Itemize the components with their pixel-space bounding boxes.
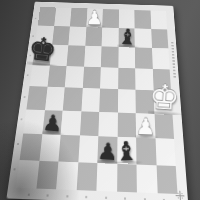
square-b5[interactable]: [47, 65, 66, 87]
square-d3[interactable]: [79, 111, 99, 136]
square-e3[interactable]: [98, 112, 117, 137]
black-pawn-icon: ♟: [42, 112, 63, 136]
black-pawn-piece[interactable]: ♟: [42, 112, 63, 136]
square-f5[interactable]: [118, 67, 136, 89]
black-king-icon: ♚: [27, 32, 59, 67]
square-f4[interactable]: [117, 89, 135, 113]
square-c6[interactable]: [67, 45, 85, 66]
square-d2[interactable]: [78, 136, 98, 163]
square-c1[interactable]: [56, 161, 78, 190]
square-e4[interactable]: [99, 89, 118, 113]
board-wrap: ♟♝♚♚♟♟♟♝: [6, 2, 188, 200]
board-scene: ♟♝♚♚♟♟♟♝: [0, 0, 200, 200]
square-f2[interactable]: ♝: [117, 137, 137, 164]
square-c3[interactable]: [61, 110, 81, 135]
black-king-piece[interactable]: ♚: [27, 32, 59, 67]
square-c2[interactable]: [58, 135, 79, 162]
white-pawn-piece[interactable]: ♟: [136, 115, 157, 138]
black-bishop-piece[interactable]: ♝: [117, 26, 137, 48]
white-pawn-icon: ♟: [86, 8, 103, 27]
square-e5[interactable]: [100, 67, 118, 89]
square-f3[interactable]: [117, 112, 136, 137]
black-pawn-icon: ♟: [97, 139, 119, 163]
white-king-piece[interactable]: ♚: [148, 79, 181, 115]
square-d7[interactable]: [85, 27, 102, 47]
square-a4[interactable]: [26, 86, 47, 110]
square-h2[interactable]: [155, 138, 176, 165]
square-b3[interactable]: ♟: [42, 110, 63, 135]
square-d4[interactable]: [81, 88, 100, 112]
square-e1[interactable]: [96, 163, 117, 192]
square-g1[interactable]: [136, 164, 157, 193]
square-b8[interactable]: [54, 8, 72, 27]
square-c5[interactable]: [65, 66, 84, 88]
square-e6[interactable]: [101, 46, 118, 67]
square-d1[interactable]: [76, 162, 97, 191]
square-c8[interactable]: [70, 8, 87, 27]
square-d8[interactable]: ♟: [86, 8, 103, 27]
square-b4[interactable]: [45, 87, 65, 111]
square-b2[interactable]: [39, 134, 61, 161]
square-c4[interactable]: [63, 87, 83, 111]
square-h8[interactable]: [150, 10, 167, 29]
square-f1[interactable]: [117, 163, 137, 192]
square-b1[interactable]: [36, 160, 59, 189]
square-h6[interactable]: [152, 48, 170, 69]
chessboard-margin: ♟♝♚♚♟♟♟♝: [6, 2, 188, 200]
square-a6[interactable]: ♚: [32, 44, 51, 65]
white-pawn-icon: ♟: [136, 115, 157, 138]
square-e2[interactable]: ♟: [97, 136, 117, 163]
bottom-coordinate-marks: [19, 192, 174, 200]
square-d5[interactable]: [82, 66, 100, 88]
white-pawn-piece[interactable]: ♟: [86, 8, 103, 27]
photo-background: ♟♝♚♚♟♟♟♝: [0, 0, 200, 200]
black-bishop-icon: ♝: [117, 26, 137, 48]
square-h7[interactable]: [151, 29, 168, 49]
chessboard-grid: ♟♝♚♚♟♟♟♝: [16, 7, 178, 194]
compass-rose-logo-icon: [175, 191, 185, 200]
brand-text-illegible: [171, 42, 176, 78]
square-f7[interactable]: ♝: [118, 28, 135, 48]
square-f6[interactable]: [118, 47, 135, 68]
square-h4[interactable]: ♚: [153, 90, 172, 114]
square-c7[interactable]: [68, 26, 86, 46]
square-d6[interactable]: [84, 46, 102, 67]
square-g3[interactable]: ♟: [136, 113, 155, 138]
square-a1[interactable]: [16, 160, 39, 189]
square-g6[interactable]: [135, 47, 153, 68]
white-king-icon: ♚: [148, 79, 181, 115]
square-h1[interactable]: [156, 165, 177, 194]
black-pawn-piece[interactable]: ♟: [97, 139, 119, 163]
